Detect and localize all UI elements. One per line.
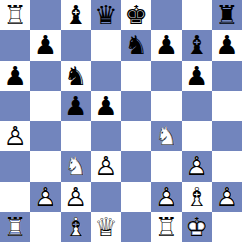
square-h6[interactable] bbox=[212, 61, 242, 91]
black-pawn-glyph: ♟ bbox=[34, 32, 57, 58]
square-g3[interactable]: ♟♙ bbox=[182, 151, 212, 181]
square-e5[interactable] bbox=[121, 91, 151, 121]
black-king-glyph: ♚ bbox=[124, 2, 147, 28]
white-pawn[interactable]: ♟♙ bbox=[155, 184, 178, 210]
square-h2[interactable]: ♟♙ bbox=[212, 182, 242, 212]
black-pawn-glyph: ♟ bbox=[94, 93, 117, 119]
square-c3[interactable]: ♞♘ bbox=[61, 151, 91, 181]
square-h5[interactable] bbox=[212, 91, 242, 121]
square-d4[interactable] bbox=[91, 121, 121, 151]
square-b1[interactable] bbox=[30, 212, 60, 242]
square-g1[interactable]: ♚♔ bbox=[182, 212, 212, 242]
white-pawn-outline-glyph: ♙ bbox=[155, 184, 178, 210]
square-d5[interactable]: ♟ bbox=[91, 91, 121, 121]
white-bishop[interactable]: ♝♗ bbox=[185, 184, 208, 210]
white-pawn[interactable]: ♟♙ bbox=[64, 184, 87, 210]
white-pawn-outline-glyph: ♙ bbox=[34, 184, 57, 210]
square-c4[interactable] bbox=[61, 121, 91, 151]
black-pawn[interactable]: ♟ bbox=[34, 32, 57, 58]
square-h8[interactable]: ♜ bbox=[212, 0, 242, 30]
black-king[interactable]: ♚ bbox=[124, 2, 147, 28]
square-b3[interactable] bbox=[30, 151, 60, 181]
black-bishop-glyph: ♝ bbox=[64, 2, 87, 28]
square-d7[interactable] bbox=[91, 30, 121, 60]
white-pawn[interactable]: ♟♙ bbox=[3, 123, 26, 149]
white-knight[interactable]: ♞♘ bbox=[64, 153, 87, 179]
black-pawn[interactable]: ♟ bbox=[3, 63, 26, 89]
black-pawn-glyph: ♟ bbox=[155, 32, 178, 58]
square-e3[interactable] bbox=[121, 151, 151, 181]
square-e1[interactable] bbox=[121, 212, 151, 242]
square-c8[interactable]: ♝ bbox=[61, 0, 91, 30]
black-knight[interactable]: ♞ bbox=[64, 63, 87, 89]
square-b4[interactable] bbox=[30, 121, 60, 151]
square-g5[interactable] bbox=[182, 91, 212, 121]
square-b8[interactable] bbox=[30, 0, 60, 30]
square-a4[interactable]: ♟♙ bbox=[0, 121, 30, 151]
square-c2[interactable]: ♟♙ bbox=[61, 182, 91, 212]
square-f8[interactable] bbox=[151, 0, 181, 30]
black-queen-glyph: ♛ bbox=[94, 2, 117, 28]
square-g8[interactable] bbox=[182, 0, 212, 30]
black-pawn[interactable]: ♟ bbox=[94, 93, 117, 119]
square-h3[interactable] bbox=[212, 151, 242, 181]
white-rook[interactable]: ♜♖ bbox=[3, 214, 26, 240]
black-knight[interactable]: ♞ bbox=[124, 32, 147, 58]
black-pawn-glyph: ♟ bbox=[64, 93, 87, 119]
black-pawn[interactable]: ♟ bbox=[215, 32, 238, 58]
square-d8[interactable]: ♛ bbox=[91, 0, 121, 30]
chess-board: ♜♖♝♛♚♜♟♞♟♝♟♟♞♟♟♟♟♙♞♘♞♘♟♙♟♙♟♙♟♙♟♙♝♗♟♙♜♖♝♗… bbox=[0, 0, 242, 242]
square-f1[interactable]: ♜♖ bbox=[151, 212, 181, 242]
black-bishop[interactable]: ♝ bbox=[185, 32, 208, 58]
square-f2[interactable]: ♟♙ bbox=[151, 182, 181, 212]
black-pawn-glyph: ♟ bbox=[185, 63, 208, 89]
white-bishop-outline-glyph: ♗ bbox=[64, 214, 87, 240]
white-knight-outline-glyph: ♘ bbox=[64, 153, 87, 179]
square-a3[interactable] bbox=[0, 151, 30, 181]
black-rook-glyph: ♜ bbox=[215, 2, 238, 28]
black-bishop-glyph: ♝ bbox=[185, 32, 208, 58]
white-rook-outline-glyph: ♖ bbox=[3, 2, 26, 28]
square-a1[interactable]: ♜♖ bbox=[0, 212, 30, 242]
square-b6[interactable] bbox=[30, 61, 60, 91]
white-pawn[interactable]: ♟♙ bbox=[185, 153, 208, 179]
square-a2[interactable] bbox=[0, 182, 30, 212]
square-g4[interactable] bbox=[182, 121, 212, 151]
square-c6[interactable]: ♞ bbox=[61, 61, 91, 91]
black-pawn-glyph: ♟ bbox=[3, 63, 26, 89]
white-rook[interactable]: ♜♖ bbox=[3, 2, 26, 28]
square-f4[interactable]: ♞♘ bbox=[151, 121, 181, 151]
square-e2[interactable] bbox=[121, 182, 151, 212]
white-knight[interactable]: ♞♘ bbox=[155, 123, 178, 149]
square-b7[interactable]: ♟ bbox=[30, 30, 60, 60]
white-pawn-outline-glyph: ♙ bbox=[3, 123, 26, 149]
square-h4[interactable] bbox=[212, 121, 242, 151]
white-rook-outline-glyph: ♖ bbox=[3, 214, 26, 240]
square-e7[interactable]: ♞ bbox=[121, 30, 151, 60]
black-queen[interactable]: ♛ bbox=[94, 2, 117, 28]
square-g7[interactable]: ♝ bbox=[182, 30, 212, 60]
white-pawn-outline-glyph: ♙ bbox=[185, 153, 208, 179]
square-a8[interactable]: ♜♖ bbox=[0, 0, 30, 30]
square-d1[interactable]: ♛♕ bbox=[91, 212, 121, 242]
square-c1[interactable]: ♝♗ bbox=[61, 212, 91, 242]
square-f5[interactable] bbox=[151, 91, 181, 121]
square-g6[interactable]: ♟ bbox=[182, 61, 212, 91]
white-pawn[interactable]: ♟♙ bbox=[94, 153, 117, 179]
black-pawn[interactable]: ♟ bbox=[185, 63, 208, 89]
black-rook[interactable]: ♜ bbox=[215, 2, 238, 28]
square-f6[interactable] bbox=[151, 61, 181, 91]
square-a7[interactable] bbox=[0, 30, 30, 60]
black-pawn[interactable]: ♟ bbox=[155, 32, 178, 58]
square-d6[interactable] bbox=[91, 61, 121, 91]
white-rook-outline-glyph: ♖ bbox=[155, 214, 178, 240]
square-b5[interactable] bbox=[30, 91, 60, 121]
white-queen-outline-glyph: ♕ bbox=[94, 214, 117, 240]
black-pawn-glyph: ♟ bbox=[215, 32, 238, 58]
black-knight-glyph: ♞ bbox=[64, 63, 87, 89]
white-king-outline-glyph: ♔ bbox=[185, 214, 208, 240]
white-bishop[interactable]: ♝♗ bbox=[64, 214, 87, 240]
square-d2[interactable] bbox=[91, 182, 121, 212]
white-queen[interactable]: ♛♕ bbox=[94, 214, 117, 240]
white-rook[interactable]: ♜♖ bbox=[155, 214, 178, 240]
square-c5[interactable]: ♟ bbox=[61, 91, 91, 121]
white-pawn[interactable]: ♟♙ bbox=[215, 184, 238, 210]
square-a5[interactable] bbox=[0, 91, 30, 121]
white-knight-outline-glyph: ♘ bbox=[155, 123, 178, 149]
white-pawn[interactable]: ♟♙ bbox=[34, 184, 57, 210]
white-pawn-outline-glyph: ♙ bbox=[64, 184, 87, 210]
square-h7[interactable]: ♟ bbox=[212, 30, 242, 60]
square-b2[interactable]: ♟♙ bbox=[30, 182, 60, 212]
black-knight-glyph: ♞ bbox=[124, 32, 147, 58]
square-f7[interactable]: ♟ bbox=[151, 30, 181, 60]
white-bishop-outline-glyph: ♗ bbox=[185, 184, 208, 210]
square-h1[interactable] bbox=[212, 212, 242, 242]
black-bishop[interactable]: ♝ bbox=[64, 2, 87, 28]
square-g2[interactable]: ♝♗ bbox=[182, 182, 212, 212]
white-pawn-outline-glyph: ♙ bbox=[94, 153, 117, 179]
black-pawn[interactable]: ♟ bbox=[64, 93, 87, 119]
white-pawn-outline-glyph: ♙ bbox=[215, 184, 238, 210]
square-e8[interactable]: ♚ bbox=[121, 0, 151, 30]
square-e4[interactable] bbox=[121, 121, 151, 151]
square-c7[interactable] bbox=[61, 30, 91, 60]
square-e6[interactable] bbox=[121, 61, 151, 91]
square-f3[interactable] bbox=[151, 151, 181, 181]
white-king[interactable]: ♚♔ bbox=[185, 214, 208, 240]
square-d3[interactable]: ♟♙ bbox=[91, 151, 121, 181]
square-a6[interactable]: ♟ bbox=[0, 61, 30, 91]
